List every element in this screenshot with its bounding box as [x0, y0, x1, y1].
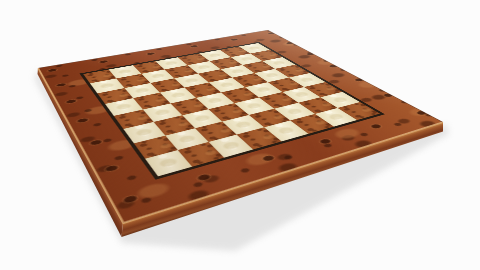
photo-background — [0, 0, 480, 270]
